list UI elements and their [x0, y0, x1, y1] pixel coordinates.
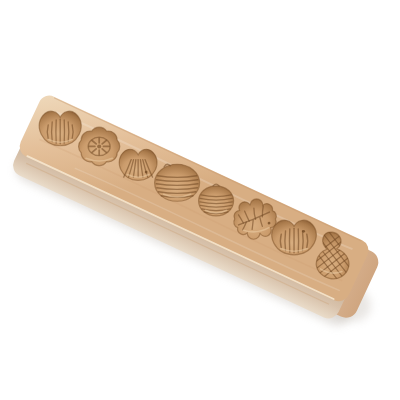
pit-7[interactable] — [272, 220, 317, 255]
pit-1[interactable] — [39, 111, 81, 146]
carve-line — [52, 122, 53, 142]
pit-3[interactable] — [119, 149, 157, 180]
photo-background — [0, 0, 400, 400]
wooden-board — [6, 68, 400, 337]
pit-4[interactable] — [155, 164, 200, 201]
vent-dot — [145, 171, 148, 174]
pit-2[interactable] — [79, 127, 120, 165]
carve-line — [303, 231, 304, 251]
mold-board-photo — [0, 0, 400, 400]
carve-line — [285, 231, 286, 251]
carve-line — [68, 122, 69, 142]
vent-dot — [302, 230, 305, 233]
flower-center — [97, 144, 101, 148]
